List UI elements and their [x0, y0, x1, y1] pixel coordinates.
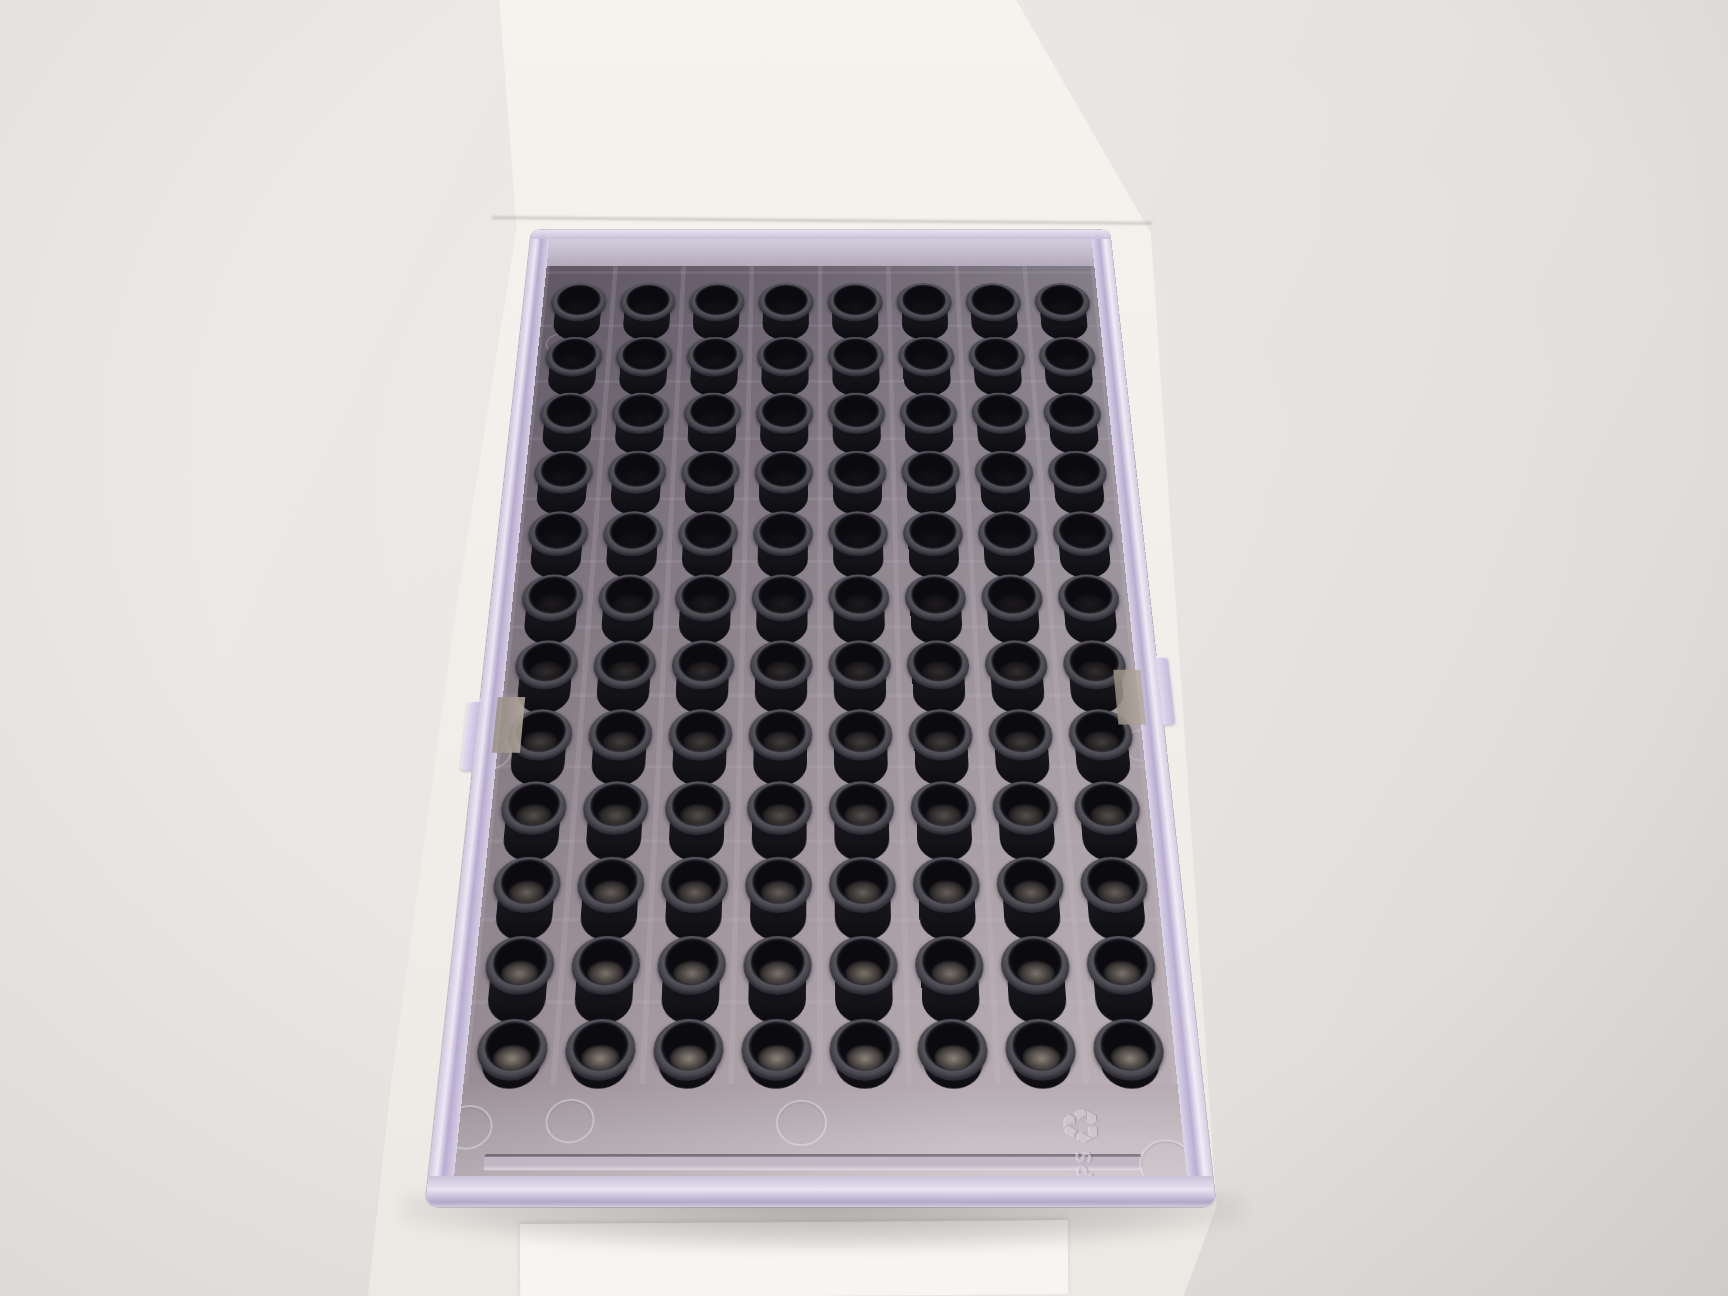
well-bottom-reflection	[768, 469, 800, 486]
well-F4	[751, 574, 813, 644]
well-A2	[618, 283, 677, 340]
plate-3d-scene: PS ♻	[425, 0, 1216, 1207]
well-bottom-reflection	[1083, 730, 1120, 750]
well-bottom-reflection	[697, 410, 729, 426]
photo-scene: PS ♻	[0, 0, 1728, 1296]
well-F5	[828, 574, 890, 644]
well-bottom-reflection	[1057, 410, 1090, 426]
well-bottom-reflection	[845, 880, 882, 902]
well-D2	[605, 450, 668, 514]
well-L6	[917, 1018, 991, 1110]
well-D4	[754, 450, 813, 514]
well-J6	[912, 856, 982, 940]
well-bottom-reflection	[978, 299, 1009, 314]
well-bottom-reflection	[842, 530, 875, 548]
well-G4	[749, 640, 812, 713]
well-J7	[995, 856, 1067, 940]
well-bottom-reflection	[844, 730, 879, 750]
well-bottom-reflection	[842, 469, 874, 486]
well-bottom-reflection	[612, 594, 647, 613]
well-bottom-reflection	[843, 594, 877, 613]
well-K7	[1000, 935, 1074, 1023]
well-F3	[673, 574, 737, 644]
well-bottom-reflection	[843, 661, 877, 681]
well-I3	[663, 781, 731, 861]
well-F2	[595, 574, 660, 644]
well-K1	[480, 935, 556, 1023]
well-J2	[574, 856, 646, 940]
well-bottom-reflection	[923, 730, 959, 750]
well-bottom-reflection	[931, 960, 969, 984]
well-bottom-reflection	[934, 1044, 973, 1069]
well-H3	[666, 709, 733, 785]
well-C6	[899, 392, 959, 454]
well-bottom-reflection	[669, 1044, 708, 1069]
well-bottom-reflection	[909, 299, 940, 314]
well-H2	[585, 709, 654, 785]
well-E4	[752, 511, 813, 578]
well-bottom-reflection	[915, 469, 948, 486]
well-L5	[830, 1018, 901, 1110]
well-J1	[488, 856, 562, 940]
well-L3	[651, 1018, 725, 1110]
well-I4	[746, 781, 812, 861]
well-bottom-reflection	[759, 960, 797, 984]
well-K3	[655, 935, 727, 1023]
well-bottom-reflection	[1052, 353, 1084, 369]
well-J3	[659, 856, 729, 940]
well-bottom-reflection	[686, 661, 721, 681]
well-D8	[1047, 450, 1111, 514]
well-D6	[901, 450, 962, 514]
well-A6	[896, 283, 953, 340]
well-bottom-reflection	[607, 661, 642, 681]
well-bottom-reflection	[632, 299, 663, 314]
well-G7	[984, 640, 1051, 713]
well-K8	[1085, 935, 1161, 1023]
well-bottom-reflection	[846, 1044, 885, 1069]
well-bottom-reflection	[844, 804, 880, 825]
well-I7	[991, 781, 1061, 861]
well-bottom-reflection	[625, 410, 657, 426]
well-bottom-reflection	[928, 880, 965, 902]
well-bottom-reflection	[1078, 661, 1114, 681]
well-K2	[567, 935, 641, 1023]
well-bottom-reflection	[926, 804, 962, 825]
well-C5	[828, 392, 886, 454]
plate-front-lip	[425, 1176, 1216, 1207]
well-B7	[968, 337, 1028, 396]
well-bottom-reflection	[913, 410, 945, 426]
left-notch-window	[492, 697, 525, 753]
well-bottom-reflection	[1003, 730, 1039, 750]
well-D7	[974, 450, 1037, 514]
well-F1	[518, 574, 585, 644]
well-bottom-reflection	[982, 353, 1014, 369]
well-E5	[828, 511, 889, 578]
well-A4	[758, 283, 814, 340]
well-bottom-reflection	[919, 594, 953, 613]
well-I2	[579, 781, 649, 861]
well-H7	[987, 709, 1056, 785]
well-D1	[530, 450, 594, 514]
well-B2	[614, 337, 674, 396]
well-bottom-reflection	[911, 353, 942, 369]
well-bottom-reflection	[769, 410, 801, 426]
well-I8	[1073, 781, 1145, 861]
well-bottom-reflection	[921, 661, 956, 681]
well-bottom-reflection	[1062, 469, 1095, 486]
well-L4	[740, 1018, 811, 1110]
well-C2	[609, 392, 670, 454]
well-bottom-reflection	[1072, 594, 1107, 613]
well-bottom-reflection	[771, 299, 801, 314]
well-I6	[910, 781, 978, 861]
well-bottom-reflection	[841, 353, 872, 369]
well-C3	[682, 392, 742, 454]
well-bottom-reflection	[694, 469, 727, 486]
well-L7	[1004, 1018, 1080, 1110]
well-bottom-reflection	[841, 410, 873, 426]
well-E6	[903, 511, 965, 578]
well-bottom-reflection	[840, 299, 870, 314]
well-A1	[548, 283, 608, 340]
well-bottom-reflection	[763, 730, 798, 750]
well-C1	[536, 392, 599, 454]
well-grid	[425, 230, 1216, 1207]
well-bottom-reflection	[762, 804, 798, 825]
well-J4	[744, 856, 812, 940]
well-L8	[1091, 1018, 1169, 1110]
well-H6	[908, 709, 975, 785]
well-I5	[829, 781, 895, 861]
well-bottom-reflection	[1022, 1044, 1062, 1069]
well-bottom-reflection	[766, 594, 800, 613]
well-bottom-reflection	[616, 530, 650, 548]
well-K6	[914, 935, 986, 1023]
well-H5	[829, 709, 894, 785]
plate-top-rim	[530, 230, 1110, 239]
well-G3	[670, 640, 735, 713]
well-C4	[755, 392, 813, 454]
well-bottom-reflection	[680, 804, 716, 825]
well-I1	[496, 781, 568, 861]
well-G2	[590, 640, 657, 713]
well-bottom-reflection	[767, 530, 800, 548]
well-B8	[1038, 337, 1099, 396]
well-A7	[965, 283, 1024, 340]
well-F7	[980, 574, 1045, 644]
well-G6	[906, 640, 971, 713]
microplate: PS ♻	[425, 230, 1216, 1207]
well-D3	[679, 450, 740, 514]
well-bottom-reflection	[917, 530, 950, 548]
well-bottom-reflection	[621, 469, 654, 486]
well-bottom-reflection	[760, 880, 797, 902]
well-bottom-reflection	[992, 530, 1026, 548]
right-notch-window	[1113, 670, 1146, 725]
well-bottom-reflection	[689, 594, 723, 613]
well-L2	[561, 1018, 637, 1110]
well-bottom-reflection	[770, 353, 801, 369]
well-A3	[688, 283, 745, 340]
well-K4	[742, 935, 812, 1023]
well-bottom-reflection	[629, 353, 661, 369]
well-A8	[1033, 283, 1093, 340]
well-K5	[829, 935, 899, 1023]
well-bottom-reflection	[999, 661, 1034, 681]
well-L1	[471, 1018, 549, 1110]
well-E3	[676, 511, 738, 578]
well-F6	[904, 574, 968, 644]
well-D5	[828, 450, 887, 514]
well-B4	[756, 337, 813, 396]
well-B5	[828, 337, 885, 396]
well-F8	[1056, 574, 1123, 644]
well-bottom-reflection	[1008, 804, 1045, 825]
well-bottom-reflection	[673, 960, 711, 984]
well-bottom-reflection	[757, 1044, 796, 1069]
well-E2	[600, 511, 664, 578]
well-B1	[542, 337, 603, 396]
well-bottom-reflection	[985, 410, 1017, 426]
well-B6	[898, 337, 956, 396]
well-bottom-reflection	[1047, 299, 1078, 314]
well-E8	[1051, 511, 1117, 578]
well-J8	[1078, 856, 1152, 940]
well-H4	[748, 709, 813, 785]
well-bottom-reflection	[683, 730, 719, 750]
well-bottom-reflection	[988, 469, 1021, 486]
well-bottom-reflection	[764, 661, 798, 681]
well-bottom-reflection	[676, 880, 713, 902]
well-G5	[829, 640, 892, 713]
well-bottom-reflection	[1017, 960, 1056, 984]
well-C7	[971, 392, 1032, 454]
well-B3	[685, 337, 743, 396]
well-bottom-reflection	[1067, 530, 1101, 548]
well-A5	[828, 283, 884, 340]
well-bottom-reflection	[702, 299, 733, 314]
well-bottom-reflection	[699, 353, 730, 369]
well-C8	[1042, 392, 1105, 454]
well-bottom-reflection	[692, 530, 725, 548]
well-bottom-reflection	[995, 594, 1030, 613]
well-E1	[524, 511, 590, 578]
well-bottom-reflection	[845, 960, 883, 984]
well-J5	[829, 856, 897, 940]
well-bottom-reflection	[1012, 880, 1050, 902]
well-E7	[977, 511, 1041, 578]
